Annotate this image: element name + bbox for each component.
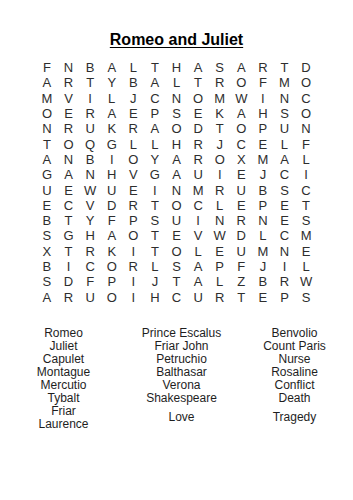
grid-cell: E (58, 106, 80, 121)
grid-cell: C (274, 167, 296, 182)
grid-cell: R (58, 121, 80, 136)
grid-cell: N (58, 152, 80, 167)
grid-cell: I (123, 244, 145, 259)
grid-cell: R (187, 136, 209, 151)
grid-cell: F (36, 60, 58, 75)
grid-cell: S (144, 213, 166, 228)
grid-cell: F (295, 136, 317, 151)
grid-cell: T (58, 244, 80, 259)
grid-cell: P (144, 106, 166, 121)
grid-cell: D (295, 60, 317, 75)
grid-cell: O (209, 152, 231, 167)
word-item: Benvolio (241, 327, 349, 340)
grid-cell: P (209, 259, 231, 274)
grid-cell: O (123, 228, 145, 243)
grid-cell: U (79, 289, 101, 304)
grid-cell: C (144, 91, 166, 106)
grid-cell: R (123, 121, 145, 136)
grid-cell: R (252, 60, 274, 75)
grid-cell: S (295, 213, 317, 228)
grid-cell: H (252, 106, 274, 121)
grid-cell: K (101, 121, 123, 136)
grid-cell: O (295, 106, 317, 121)
grid-cell: U (187, 167, 209, 182)
grid-cell: D (230, 228, 252, 243)
grid-cell: C (230, 136, 252, 151)
grid-cell: B (36, 213, 58, 228)
grid-cell: J (252, 259, 274, 274)
grid-cell: V (187, 228, 209, 243)
grid-cell: T (187, 75, 209, 90)
word-item: Petruchio (123, 353, 241, 366)
grid-cell: E (274, 213, 296, 228)
word-item: Capulet (5, 353, 123, 366)
grid-cell: E (209, 244, 231, 259)
word-item: Juliet (5, 340, 123, 353)
grid-cell: W (79, 182, 101, 197)
grid-cell: W (230, 91, 252, 106)
grid-cell: C (274, 228, 296, 243)
word-item: Shakespeare (123, 392, 241, 405)
grid-cell: U (187, 289, 209, 304)
grid-cell: Y (79, 213, 101, 228)
grid-cell: G (101, 136, 123, 151)
grid-cell: P (101, 274, 123, 289)
grid-cell: R (209, 75, 231, 90)
grid-cell: R (58, 75, 80, 90)
word-list: RomeoPrince EscalusBenvolioJulietFriar J… (0, 327, 353, 431)
grid-cell: Z (230, 274, 252, 289)
grid-cell: U (230, 244, 252, 259)
grid-cell: I (295, 167, 317, 182)
grid-cell: U (101, 182, 123, 197)
grid-cell: E (58, 182, 80, 197)
grid-cell: C (166, 289, 188, 304)
grid-cell: V (79, 198, 101, 213)
grid-cell: R (230, 213, 252, 228)
grid-cell: A (101, 228, 123, 243)
grid-cell: N (209, 213, 231, 228)
grid-cell: N (58, 60, 80, 75)
grid-cell: O (295, 75, 317, 90)
grid-cell: R (79, 244, 101, 259)
grid-cell: N (166, 182, 188, 197)
grid-cell: K (209, 106, 231, 121)
word-item: Verona (123, 379, 241, 392)
grid-cell: T (144, 244, 166, 259)
grid-cell: P (123, 213, 145, 228)
grid-cell: A (187, 259, 209, 274)
word-item: Montague (5, 366, 123, 379)
grid-cell: G (58, 228, 80, 243)
grid-cell: L (295, 152, 317, 167)
grid-cell: A (144, 75, 166, 90)
grid-cell: F (230, 259, 252, 274)
grid-cell: U (79, 121, 101, 136)
grid-cell: S (166, 259, 188, 274)
grid-cell: S (36, 274, 58, 289)
grid-cell: A (187, 274, 209, 289)
grid-cell: A (101, 60, 123, 75)
grid-cell: D (101, 198, 123, 213)
grid-cell: R (123, 259, 145, 274)
grid-cell: I (209, 167, 231, 182)
grid-cell: S (295, 289, 317, 304)
grid-cell: T (144, 198, 166, 213)
grid-cell: O (187, 91, 209, 106)
grid-cell: R (274, 274, 296, 289)
grid-cell: O (58, 136, 80, 151)
grid-cell: J (123, 91, 145, 106)
grid-cell: V (58, 91, 80, 106)
grid-cell: V (123, 167, 145, 182)
grid-cell: B (123, 75, 145, 90)
grid-cell: Q (79, 136, 101, 151)
grid-cell: L (187, 244, 209, 259)
grid-cell: A (230, 60, 252, 75)
grid-cell: R (187, 152, 209, 167)
grid-cell: E (252, 289, 274, 304)
grid-cell: Y (144, 152, 166, 167)
grid-cell: L (144, 136, 166, 151)
grid-cell: A (36, 289, 58, 304)
grid-cell: A (36, 75, 58, 90)
grid-cell: H (144, 289, 166, 304)
grid-cell: H (101, 167, 123, 182)
grid-cell: F (101, 213, 123, 228)
grid-cell: E (252, 136, 274, 151)
grid-cell: L (274, 136, 296, 151)
grid-cell: B (252, 274, 274, 289)
grid-cell: T (58, 213, 80, 228)
grid-cell: J (209, 136, 231, 151)
grid-cell: B (79, 152, 101, 167)
grid-cell: C (79, 259, 101, 274)
grid-cell: C (295, 91, 317, 106)
grid-cell: I (101, 152, 123, 167)
grid-cell: H (166, 60, 188, 75)
word-item: Conflict (241, 379, 349, 392)
word-item: Rosaline (241, 366, 349, 379)
grid-cell: I (58, 259, 80, 274)
grid-cell: A (230, 106, 252, 121)
word-item: Tragedy (241, 405, 349, 431)
grid-cell: H (79, 228, 101, 243)
grid-cell: P (252, 121, 274, 136)
grid-cell: O (101, 259, 123, 274)
grid-cell: D (187, 121, 209, 136)
grid-cell: M (36, 91, 58, 106)
grid-cell: A (166, 152, 188, 167)
word-item: Balthasar (123, 366, 241, 379)
grid-cell: L (252, 228, 274, 243)
word-item: Love (123, 405, 241, 431)
word-item: Mercutio (5, 379, 123, 392)
grid-cell: N (274, 244, 296, 259)
grid-cell: M (274, 75, 296, 90)
grid-cell: C (295, 182, 317, 197)
grid-cell: A (274, 152, 296, 167)
grid-cell: E (123, 182, 145, 197)
grid-cell: L (123, 136, 145, 151)
grid-cell: A (101, 106, 123, 121)
grid-cell: K (101, 244, 123, 259)
grid-cell: O (123, 152, 145, 167)
grid-cell: U (36, 182, 58, 197)
grid-cell: I (79, 91, 101, 106)
word-item: Romeo (5, 327, 123, 340)
grid-cell: L (101, 91, 123, 106)
grid-cell: J (252, 167, 274, 182)
grid-cell: F (79, 274, 101, 289)
grid-cell: A (58, 167, 80, 182)
grid-cell: E (123, 106, 145, 121)
grid-cell: N (252, 213, 274, 228)
grid-cell: B (79, 60, 101, 75)
letter-grid: FNBALTHASARTDARTYBALTROFMOMVILJCNOMWINCO… (0, 60, 353, 305)
grid-cell: I (123, 274, 145, 289)
grid-cell: O (36, 106, 58, 121)
grid-cell: T (295, 198, 317, 213)
grid-cell: D (58, 274, 80, 289)
grid-cell: N (295, 121, 317, 136)
grid-cell: S (166, 106, 188, 121)
grid-cell: I (144, 182, 166, 197)
grid-cell: A (144, 121, 166, 136)
grid-cell: O (230, 75, 252, 90)
grid-cell: R (209, 289, 231, 304)
grid-cell: E (274, 198, 296, 213)
word-item: Prince Escalus (123, 327, 241, 340)
grid-cell: L (209, 198, 231, 213)
grid-cell: L (166, 75, 188, 90)
grid-cell: S (36, 228, 58, 243)
grid-cell: X (36, 244, 58, 259)
grid-cell: N (274, 91, 296, 106)
grid-cell: O (101, 289, 123, 304)
grid-cell: O (230, 121, 252, 136)
grid-cell: A (36, 152, 58, 167)
grid-cell: T (36, 136, 58, 151)
grid-cell: N (79, 167, 101, 182)
grid-cell: M (252, 244, 274, 259)
grid-cell: S (274, 182, 296, 197)
grid-cell: C (187, 198, 209, 213)
grid-cell: T (166, 274, 188, 289)
grid-cell: A (166, 167, 188, 182)
grid-cell: E (295, 244, 317, 259)
grid-cell: O (166, 121, 188, 136)
grid-cell: O (166, 198, 188, 213)
grid-cell: R (79, 106, 101, 121)
grid-cell: G (36, 167, 58, 182)
grid-cell: M (187, 182, 209, 197)
grid-cell: R (58, 289, 80, 304)
grid-cell: T (230, 289, 252, 304)
grid-cell: N (166, 91, 188, 106)
grid-cell: L (144, 259, 166, 274)
grid-cell: W (295, 274, 317, 289)
grid-cell: T (144, 228, 166, 243)
grid-cell: I (123, 289, 145, 304)
grid-cell: I (187, 213, 209, 228)
grid-cell: U (166, 213, 188, 228)
word-item: Death (241, 392, 349, 405)
grid-cell: B (36, 259, 58, 274)
grid-cell: E (187, 106, 209, 121)
grid-cell: G (144, 167, 166, 182)
grid-cell: P (252, 198, 274, 213)
grid-cell: F (252, 75, 274, 90)
word-item: Friar John (123, 340, 241, 353)
grid-cell: L (209, 274, 231, 289)
worksheet-page: Romeo and Juliet FNBALTHASARTDARTYBALTRO… (0, 0, 353, 500)
grid-cell: E (230, 167, 252, 182)
grid-cell: W (209, 228, 231, 243)
page-title: Romeo and Juliet (0, 0, 353, 49)
grid-cell: E (36, 198, 58, 213)
grid-cell: R (123, 198, 145, 213)
grid-cell: C (58, 198, 80, 213)
grid-cell: U (274, 121, 296, 136)
word-item: Tybalt (5, 392, 123, 405)
grid-cell: L (295, 259, 317, 274)
grid-cell: M (295, 228, 317, 243)
grid-cell: I (274, 259, 296, 274)
grid-cell: M (209, 91, 231, 106)
grid-cell: S (274, 106, 296, 121)
grid-cell: B (252, 182, 274, 197)
word-item: Nurse (241, 353, 349, 366)
grid-cell: E (230, 198, 252, 213)
grid-cell: M (252, 152, 274, 167)
grid-cell: I (252, 91, 274, 106)
grid-cell: T (79, 75, 101, 90)
grid-cell: A (187, 60, 209, 75)
grid-cell: J (144, 274, 166, 289)
grid-cell: X (230, 152, 252, 167)
grid-cell: E (166, 228, 188, 243)
grid-cell: O (166, 244, 188, 259)
grid-cell: T (209, 121, 231, 136)
word-item: Count Paris (241, 340, 349, 353)
word-item: Friar Laurence (5, 405, 123, 431)
grid-cell: Y (101, 75, 123, 90)
grid-cell: T (144, 60, 166, 75)
grid-cell: T (274, 60, 296, 75)
grid-cell: H (166, 136, 188, 151)
grid-cell: R (209, 182, 231, 197)
grid-cell: S (209, 60, 231, 75)
grid-cell: L (123, 60, 145, 75)
grid-cell: P (274, 289, 296, 304)
grid-cell: U (230, 182, 252, 197)
grid-cell: N (36, 121, 58, 136)
